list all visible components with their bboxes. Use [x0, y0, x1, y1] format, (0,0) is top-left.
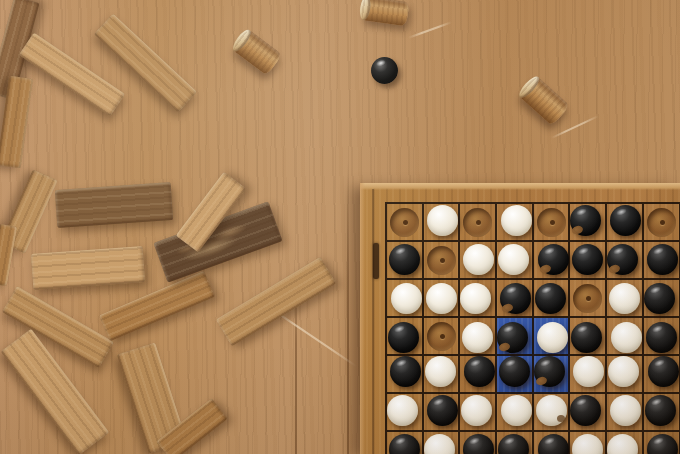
black-disc[interactable] [389, 244, 420, 275]
white-disc[interactable] [608, 356, 639, 387]
board-cell[interactable] [534, 432, 571, 454]
empty-recess [647, 208, 676, 237]
black-disc[interactable] [427, 395, 458, 426]
white-disc[interactable] [610, 395, 641, 426]
black-disc[interactable] [570, 395, 601, 426]
white-disc[interactable] [463, 244, 494, 275]
empty-recess [390, 208, 419, 237]
board-cell[interactable] [424, 356, 461, 394]
white-disc[interactable] [607, 434, 638, 454]
board-cell[interactable] [387, 204, 424, 242]
wood-block[interactable] [55, 182, 173, 228]
board-cell[interactable] [424, 242, 461, 280]
white-disc[interactable] [572, 434, 603, 454]
board-cell[interactable] [497, 280, 534, 318]
board-cell[interactable] [644, 280, 680, 318]
board-cell-blue[interactable] [497, 356, 534, 394]
black-disc[interactable] [388, 322, 419, 353]
board-cell[interactable] [570, 242, 607, 280]
black-disc[interactable] [610, 205, 641, 236]
empty-recess [573, 284, 602, 313]
black-disc[interactable] [647, 434, 678, 454]
board-cell-blue[interactable] [534, 318, 571, 356]
board-cell[interactable] [534, 394, 571, 432]
board-cell[interactable] [570, 318, 607, 356]
black-disc[interactable] [499, 356, 530, 387]
white-disc[interactable] [460, 283, 491, 314]
board-cell[interactable] [534, 242, 571, 280]
black-marble[interactable] [371, 57, 398, 84]
board-cell[interactable] [460, 432, 497, 454]
board-hinge-notch [373, 243, 379, 279]
white-disc[interactable] [609, 283, 640, 314]
board-cell[interactable] [570, 356, 607, 394]
board-cell[interactable] [607, 318, 644, 356]
board-cell[interactable] [424, 432, 461, 454]
white-disc[interactable] [387, 395, 418, 426]
black-disc[interactable] [535, 283, 566, 314]
board-cell[interactable] [497, 204, 534, 242]
table-plank-seam [347, 160, 349, 454]
board-cell[interactable] [644, 242, 680, 280]
board-cell[interactable] [460, 204, 497, 242]
white-disc[interactable] [391, 283, 422, 314]
black-disc[interactable] [570, 205, 601, 236]
board-cell[interactable] [387, 394, 424, 432]
black-disc[interactable] [607, 244, 638, 275]
board-cell[interactable] [497, 242, 534, 280]
game-board [360, 183, 680, 454]
board-cell[interactable] [534, 280, 571, 318]
white-disc[interactable] [461, 395, 492, 426]
board-cell[interactable] [460, 280, 497, 318]
board-cell[interactable] [607, 394, 644, 432]
white-disc[interactable] [501, 395, 532, 426]
board-frame-seam [372, 189, 374, 454]
board-cell[interactable] [497, 432, 534, 454]
empty-recess [427, 322, 456, 351]
board-cell[interactable] [387, 318, 424, 356]
board-cell[interactable] [460, 394, 497, 432]
board-cell[interactable] [644, 318, 680, 356]
board-cell[interactable] [460, 356, 497, 394]
board-cell[interactable] [570, 432, 607, 454]
empty-recess [537, 208, 566, 237]
white-disc[interactable] [537, 322, 568, 353]
board-grid [385, 202, 680, 454]
black-disc[interactable] [647, 244, 678, 275]
board-cell[interactable] [570, 394, 607, 432]
white-disc[interactable] [501, 205, 532, 236]
board-cell[interactable] [387, 432, 424, 454]
board-cell[interactable] [424, 204, 461, 242]
table-scratch [408, 21, 452, 39]
white-disc[interactable] [427, 205, 458, 236]
photo-scene [0, 0, 680, 454]
black-disc[interactable] [389, 434, 420, 454]
board-cell[interactable] [607, 432, 644, 454]
board-cell[interactable] [570, 204, 607, 242]
board-cell-blue[interactable] [497, 318, 534, 356]
black-disc[interactable] [644, 283, 675, 314]
board-cell[interactable] [644, 356, 680, 394]
white-disc[interactable] [536, 395, 567, 426]
black-disc[interactable] [390, 356, 421, 387]
white-disc[interactable] [611, 322, 642, 353]
black-disc[interactable] [498, 434, 529, 454]
board-cell[interactable] [424, 394, 461, 432]
white-disc[interactable] [462, 322, 493, 353]
board-cell[interactable] [607, 356, 644, 394]
black-disc[interactable] [500, 283, 531, 314]
board-cell[interactable] [644, 394, 680, 432]
white-disc[interactable] [573, 356, 604, 387]
board-cell[interactable] [424, 318, 461, 356]
board-cell[interactable] [497, 394, 534, 432]
black-disc[interactable] [464, 356, 495, 387]
black-disc[interactable] [497, 322, 528, 353]
board-cell[interactable] [607, 204, 644, 242]
board-cell[interactable] [387, 356, 424, 394]
white-disc[interactable] [425, 356, 456, 387]
black-disc[interactable] [572, 244, 603, 275]
board-cell[interactable] [644, 204, 680, 242]
board-cell-blue[interactable] [534, 356, 571, 394]
black-disc[interactable] [646, 322, 677, 353]
board-cell[interactable] [607, 280, 644, 318]
board-cell[interactable] [424, 280, 461, 318]
board-cell[interactable] [460, 242, 497, 280]
board-cell[interactable] [387, 280, 424, 318]
black-disc[interactable] [571, 322, 602, 353]
black-disc[interactable] [463, 434, 494, 454]
black-disc[interactable] [538, 434, 569, 454]
black-disc[interactable] [645, 395, 676, 426]
board-cell[interactable] [644, 432, 680, 454]
black-disc[interactable] [648, 356, 679, 387]
board-cell[interactable] [570, 280, 607, 318]
empty-recess [463, 208, 492, 237]
black-disc[interactable] [534, 356, 565, 387]
board-cell[interactable] [607, 242, 644, 280]
white-disc[interactable] [498, 244, 529, 275]
board-cell[interactable] [460, 318, 497, 356]
board-cell[interactable] [387, 242, 424, 280]
white-disc[interactable] [426, 283, 457, 314]
empty-recess [427, 246, 456, 275]
board-top-edge [360, 183, 680, 190]
board-cell[interactable] [534, 204, 571, 242]
black-disc[interactable] [538, 244, 569, 275]
white-disc[interactable] [424, 434, 455, 454]
board-left-edge [360, 183, 365, 454]
